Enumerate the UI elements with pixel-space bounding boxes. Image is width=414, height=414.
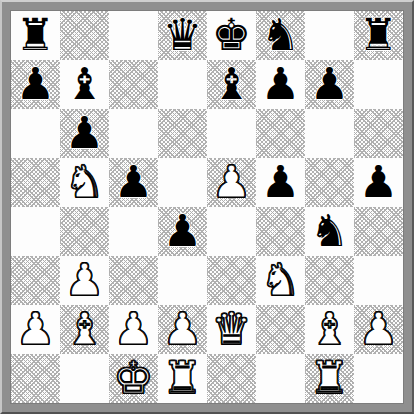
square-b8[interactable]: [60, 11, 109, 60]
square-e8[interactable]: ♚: [207, 11, 256, 60]
square-b4[interactable]: [60, 207, 109, 256]
square-d1[interactable]: ♜: [158, 354, 207, 403]
square-b2[interactable]: ♝: [60, 305, 109, 354]
square-g7[interactable]: ♟: [305, 60, 354, 109]
square-h5[interactable]: ♟: [354, 158, 403, 207]
square-b5[interactable]: ♞: [60, 158, 109, 207]
square-f5[interactable]: ♟: [256, 158, 305, 207]
white-pawn-e5: ♟: [212, 158, 251, 206]
square-f7[interactable]: ♟: [256, 60, 305, 109]
square-b6[interactable]: ♟: [60, 109, 109, 158]
black-rook-a8: ♜: [16, 11, 55, 59]
square-h7[interactable]: [354, 60, 403, 109]
square-d3[interactable]: [158, 256, 207, 305]
square-a5[interactable]: [11, 158, 60, 207]
square-d8[interactable]: ♛: [158, 11, 207, 60]
white-bishop-b2: ♝: [65, 305, 104, 353]
square-a7[interactable]: ♟: [11, 60, 60, 109]
square-h4[interactable]: [354, 207, 403, 256]
square-g5[interactable]: [305, 158, 354, 207]
square-a8[interactable]: ♜: [11, 11, 60, 60]
square-d7[interactable]: [158, 60, 207, 109]
white-king-c1: ♚: [114, 354, 153, 402]
square-c4[interactable]: [109, 207, 158, 256]
square-f8[interactable]: ♞: [256, 11, 305, 60]
white-knight-f3: ♞: [261, 256, 300, 304]
square-h6[interactable]: [354, 109, 403, 158]
black-king-e8: ♚: [212, 11, 251, 59]
square-c8[interactable]: [109, 11, 158, 60]
square-e3[interactable]: [207, 256, 256, 305]
square-c5[interactable]: ♟: [109, 158, 158, 207]
square-h3[interactable]: [354, 256, 403, 305]
black-queen-d8: ♛: [163, 11, 202, 59]
black-pawn-d4: ♟: [163, 207, 202, 255]
square-b3[interactable]: ♟: [60, 256, 109, 305]
square-e6[interactable]: [207, 109, 256, 158]
black-pawn-h5: ♟: [359, 158, 398, 206]
black-bishop-b7: ♝: [65, 60, 104, 108]
black-pawn-f5: ♟: [261, 158, 300, 206]
square-e5[interactable]: ♟: [207, 158, 256, 207]
white-queen-e2: ♛: [212, 305, 251, 353]
black-bishop-e7: ♝: [212, 60, 251, 108]
square-f6[interactable]: [256, 109, 305, 158]
square-d5[interactable]: [158, 158, 207, 207]
square-c1[interactable]: ♚: [109, 354, 158, 403]
white-pawn-b3: ♟: [65, 256, 104, 304]
square-h2[interactable]: ♟: [354, 305, 403, 354]
square-g3[interactable]: [305, 256, 354, 305]
white-pawn-h2: ♟: [359, 305, 398, 353]
square-g6[interactable]: [305, 109, 354, 158]
square-a4[interactable]: [11, 207, 60, 256]
square-a1[interactable]: [11, 354, 60, 403]
white-pawn-d2: ♟: [163, 305, 202, 353]
white-rook-g1: ♜: [310, 354, 349, 402]
square-d6[interactable]: [158, 109, 207, 158]
square-d2[interactable]: ♟: [158, 305, 207, 354]
square-h8[interactable]: ♜: [354, 11, 403, 60]
square-g1[interactable]: ♜: [305, 354, 354, 403]
square-c7[interactable]: [109, 60, 158, 109]
white-rook-d1: ♜: [163, 354, 202, 402]
black-pawn-c5: ♟: [114, 158, 153, 206]
black-pawn-f7: ♟: [261, 60, 300, 108]
black-pawn-a7: ♟: [16, 60, 55, 108]
square-c2[interactable]: ♟: [109, 305, 158, 354]
square-a2[interactable]: ♟: [11, 305, 60, 354]
square-b7[interactable]: ♝: [60, 60, 109, 109]
white-pawn-a2: ♟: [16, 305, 55, 353]
square-d4[interactable]: ♟: [158, 207, 207, 256]
chess-board: ♜♛♚♞♜♟♝♝♟♟♟♞♟♟♟♟♟♞♟♞♟♝♟♟♛♝♟♚♜♜: [11, 11, 403, 403]
square-b1[interactable]: [60, 354, 109, 403]
board-frame: ♜♛♚♞♜♟♝♝♟♟♟♞♟♟♟♟♟♞♟♞♟♝♟♟♛♝♟♚♜♜: [0, 0, 414, 414]
square-e7[interactable]: ♝: [207, 60, 256, 109]
square-f1[interactable]: [256, 354, 305, 403]
black-knight-g4: ♞: [310, 207, 349, 255]
square-c3[interactable]: [109, 256, 158, 305]
white-bishop-g2: ♝: [310, 305, 349, 353]
square-g8[interactable]: [305, 11, 354, 60]
square-g4[interactable]: ♞: [305, 207, 354, 256]
square-c6[interactable]: [109, 109, 158, 158]
square-e1[interactable]: [207, 354, 256, 403]
square-e4[interactable]: [207, 207, 256, 256]
black-pawn-b6: ♟: [65, 109, 104, 157]
square-a3[interactable]: [11, 256, 60, 305]
square-f3[interactable]: ♞: [256, 256, 305, 305]
square-f4[interactable]: [256, 207, 305, 256]
square-f2[interactable]: [256, 305, 305, 354]
white-pawn-c2: ♟: [114, 305, 153, 353]
square-a6[interactable]: [11, 109, 60, 158]
square-h1[interactable]: [354, 354, 403, 403]
square-e2[interactable]: ♛: [207, 305, 256, 354]
white-knight-b5: ♞: [65, 158, 104, 206]
black-knight-f8: ♞: [261, 11, 300, 59]
square-g2[interactable]: ♝: [305, 305, 354, 354]
black-pawn-g7: ♟: [310, 60, 349, 108]
black-rook-h8: ♜: [359, 11, 398, 59]
